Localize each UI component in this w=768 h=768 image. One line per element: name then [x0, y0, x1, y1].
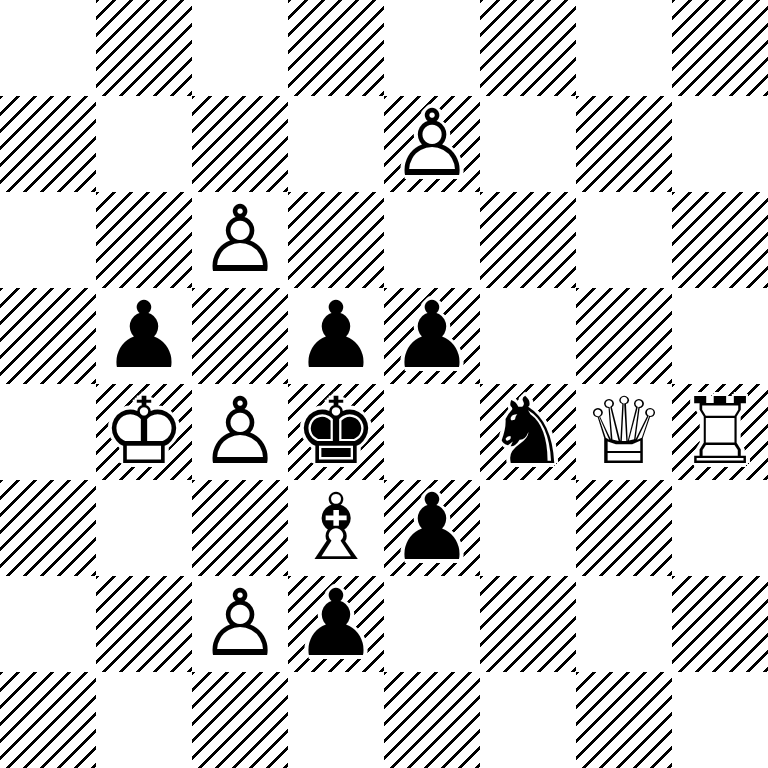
- square-e4[interactable]: [384, 384, 480, 480]
- white-queen-icon: ♕: [576, 384, 672, 480]
- piece-white-pawn[interactable]: ♟♙: [192, 384, 288, 480]
- square-a7[interactable]: [0, 96, 96, 192]
- white-rook-icon: ♖: [672, 384, 768, 480]
- square-a3[interactable]: [0, 480, 96, 576]
- square-g6[interactable]: [576, 192, 672, 288]
- piece-black-knight[interactable]: ♞♞: [480, 384, 576, 480]
- square-e5[interactable]: ♟♟: [384, 288, 480, 384]
- white-pawn-icon: ♙: [384, 96, 480, 192]
- square-a2[interactable]: [0, 576, 96, 672]
- square-a6[interactable]: [0, 192, 96, 288]
- square-g2[interactable]: [576, 576, 672, 672]
- chess-board: ♟♙♟♙♟♟♟♟♟♟♚♔♟♙♚♚♞♞♛♕♜♖♝♗♟♟♟♙♟♟: [0, 0, 768, 768]
- square-c7[interactable]: [192, 96, 288, 192]
- piece-black-pawn[interactable]: ♟♟: [384, 288, 480, 384]
- square-h3[interactable]: [672, 480, 768, 576]
- square-b1[interactable]: [96, 672, 192, 768]
- square-f6[interactable]: [480, 192, 576, 288]
- square-c8[interactable]: [192, 0, 288, 96]
- piece-black-king[interactable]: ♚♚: [288, 384, 384, 480]
- square-h8[interactable]: [672, 0, 768, 96]
- square-f2[interactable]: [480, 576, 576, 672]
- black-knight-icon: ♞: [480, 384, 576, 480]
- square-h6[interactable]: [672, 192, 768, 288]
- square-d1[interactable]: [288, 672, 384, 768]
- square-e6[interactable]: [384, 192, 480, 288]
- piece-black-pawn[interactable]: ♟♟: [96, 288, 192, 384]
- square-f7[interactable]: [480, 96, 576, 192]
- square-d6[interactable]: [288, 192, 384, 288]
- square-f8[interactable]: [480, 0, 576, 96]
- square-b8[interactable]: [96, 0, 192, 96]
- white-pawn-icon: ♙: [192, 384, 288, 480]
- square-f1[interactable]: [480, 672, 576, 768]
- square-b7[interactable]: [96, 96, 192, 192]
- square-a1[interactable]: [0, 672, 96, 768]
- square-h4[interactable]: ♜♖: [672, 384, 768, 480]
- square-e8[interactable]: [384, 0, 480, 96]
- square-d2[interactable]: ♟♟: [288, 576, 384, 672]
- square-d8[interactable]: [288, 0, 384, 96]
- square-a4[interactable]: [0, 384, 96, 480]
- piece-white-queen[interactable]: ♛♕: [576, 384, 672, 480]
- square-h1[interactable]: [672, 672, 768, 768]
- piece-white-pawn[interactable]: ♟♙: [192, 576, 288, 672]
- white-pawn-icon: ♙: [192, 576, 288, 672]
- square-f3[interactable]: [480, 480, 576, 576]
- black-pawn-icon: ♟: [96, 288, 192, 384]
- white-king-icon: ♔: [96, 384, 192, 480]
- square-e2[interactable]: [384, 576, 480, 672]
- square-h2[interactable]: [672, 576, 768, 672]
- white-bishop-icon: ♗: [288, 480, 384, 576]
- black-pawn-icon: ♟: [288, 288, 384, 384]
- square-b2[interactable]: [96, 576, 192, 672]
- square-e3[interactable]: ♟♟: [384, 480, 480, 576]
- square-c5[interactable]: [192, 288, 288, 384]
- black-pawn-icon: ♟: [384, 480, 480, 576]
- square-c2[interactable]: ♟♙: [192, 576, 288, 672]
- square-c1[interactable]: [192, 672, 288, 768]
- square-d3[interactable]: ♝♗: [288, 480, 384, 576]
- square-b4[interactable]: ♚♔: [96, 384, 192, 480]
- black-king-icon: ♚: [288, 384, 384, 480]
- piece-black-pawn[interactable]: ♟♟: [288, 288, 384, 384]
- square-c6[interactable]: ♟♙: [192, 192, 288, 288]
- square-b6[interactable]: [96, 192, 192, 288]
- piece-black-pawn[interactable]: ♟♟: [288, 576, 384, 672]
- black-pawn-icon: ♟: [288, 576, 384, 672]
- square-g7[interactable]: [576, 96, 672, 192]
- square-d4[interactable]: ♚♚: [288, 384, 384, 480]
- white-pawn-icon: ♙: [192, 192, 288, 288]
- piece-white-pawn[interactable]: ♟♙: [384, 96, 480, 192]
- piece-white-pawn[interactable]: ♟♙: [192, 192, 288, 288]
- square-c4[interactable]: ♟♙: [192, 384, 288, 480]
- square-g4[interactable]: ♛♕: [576, 384, 672, 480]
- square-h7[interactable]: [672, 96, 768, 192]
- black-pawn-icon: ♟: [384, 288, 480, 384]
- square-d5[interactable]: ♟♟: [288, 288, 384, 384]
- piece-white-bishop[interactable]: ♝♗: [288, 480, 384, 576]
- square-g8[interactable]: [576, 0, 672, 96]
- square-h5[interactable]: [672, 288, 768, 384]
- square-f5[interactable]: [480, 288, 576, 384]
- square-b3[interactable]: [96, 480, 192, 576]
- square-g1[interactable]: [576, 672, 672, 768]
- square-a8[interactable]: [0, 0, 96, 96]
- square-g5[interactable]: [576, 288, 672, 384]
- square-b5[interactable]: ♟♟: [96, 288, 192, 384]
- piece-white-rook[interactable]: ♜♖: [672, 384, 768, 480]
- square-f4[interactable]: ♞♞: [480, 384, 576, 480]
- piece-black-pawn[interactable]: ♟♟: [384, 480, 480, 576]
- square-a5[interactable]: [0, 288, 96, 384]
- square-e7[interactable]: ♟♙: [384, 96, 480, 192]
- square-d7[interactable]: [288, 96, 384, 192]
- square-e1[interactable]: [384, 672, 480, 768]
- square-g3[interactable]: [576, 480, 672, 576]
- piece-white-king[interactable]: ♚♔: [96, 384, 192, 480]
- square-c3[interactable]: [192, 480, 288, 576]
